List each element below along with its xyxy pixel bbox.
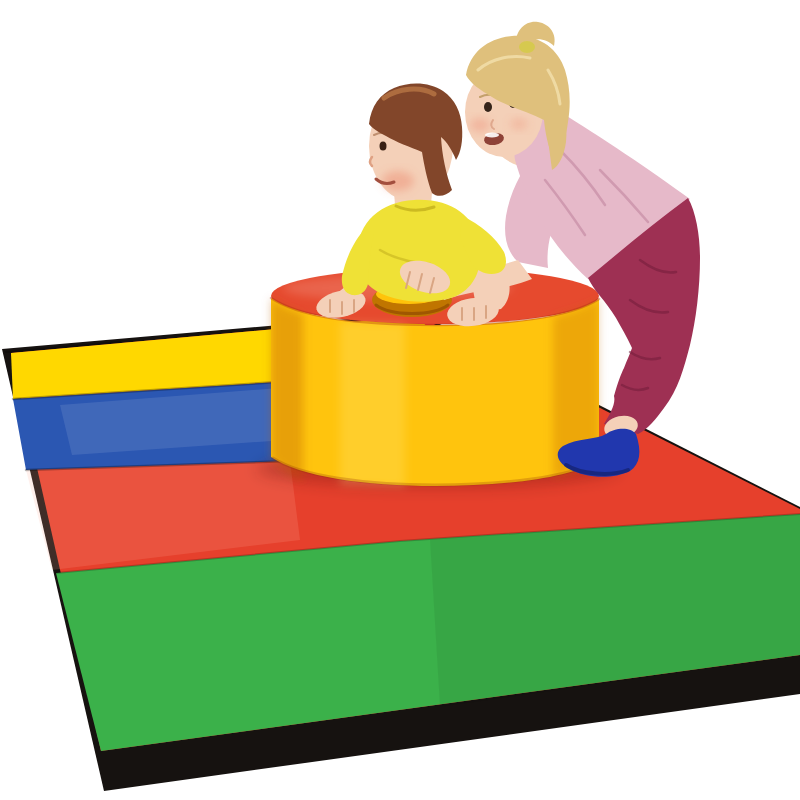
ring-side-highlight: [340, 322, 405, 487]
scene-svg: [0, 0, 800, 800]
ring-side-shade-left: [271, 298, 303, 481]
product-photo: [0, 0, 800, 800]
girl-teeth: [485, 133, 499, 138]
baby-eye: [380, 142, 387, 151]
girl-cheek-blush-left: [470, 118, 490, 132]
girl-eye-left: [484, 102, 492, 112]
baby-cheek-blush: [382, 171, 414, 191]
girl-hair-tie: [519, 41, 535, 53]
girl-cheek-blush-right: [510, 118, 528, 130]
